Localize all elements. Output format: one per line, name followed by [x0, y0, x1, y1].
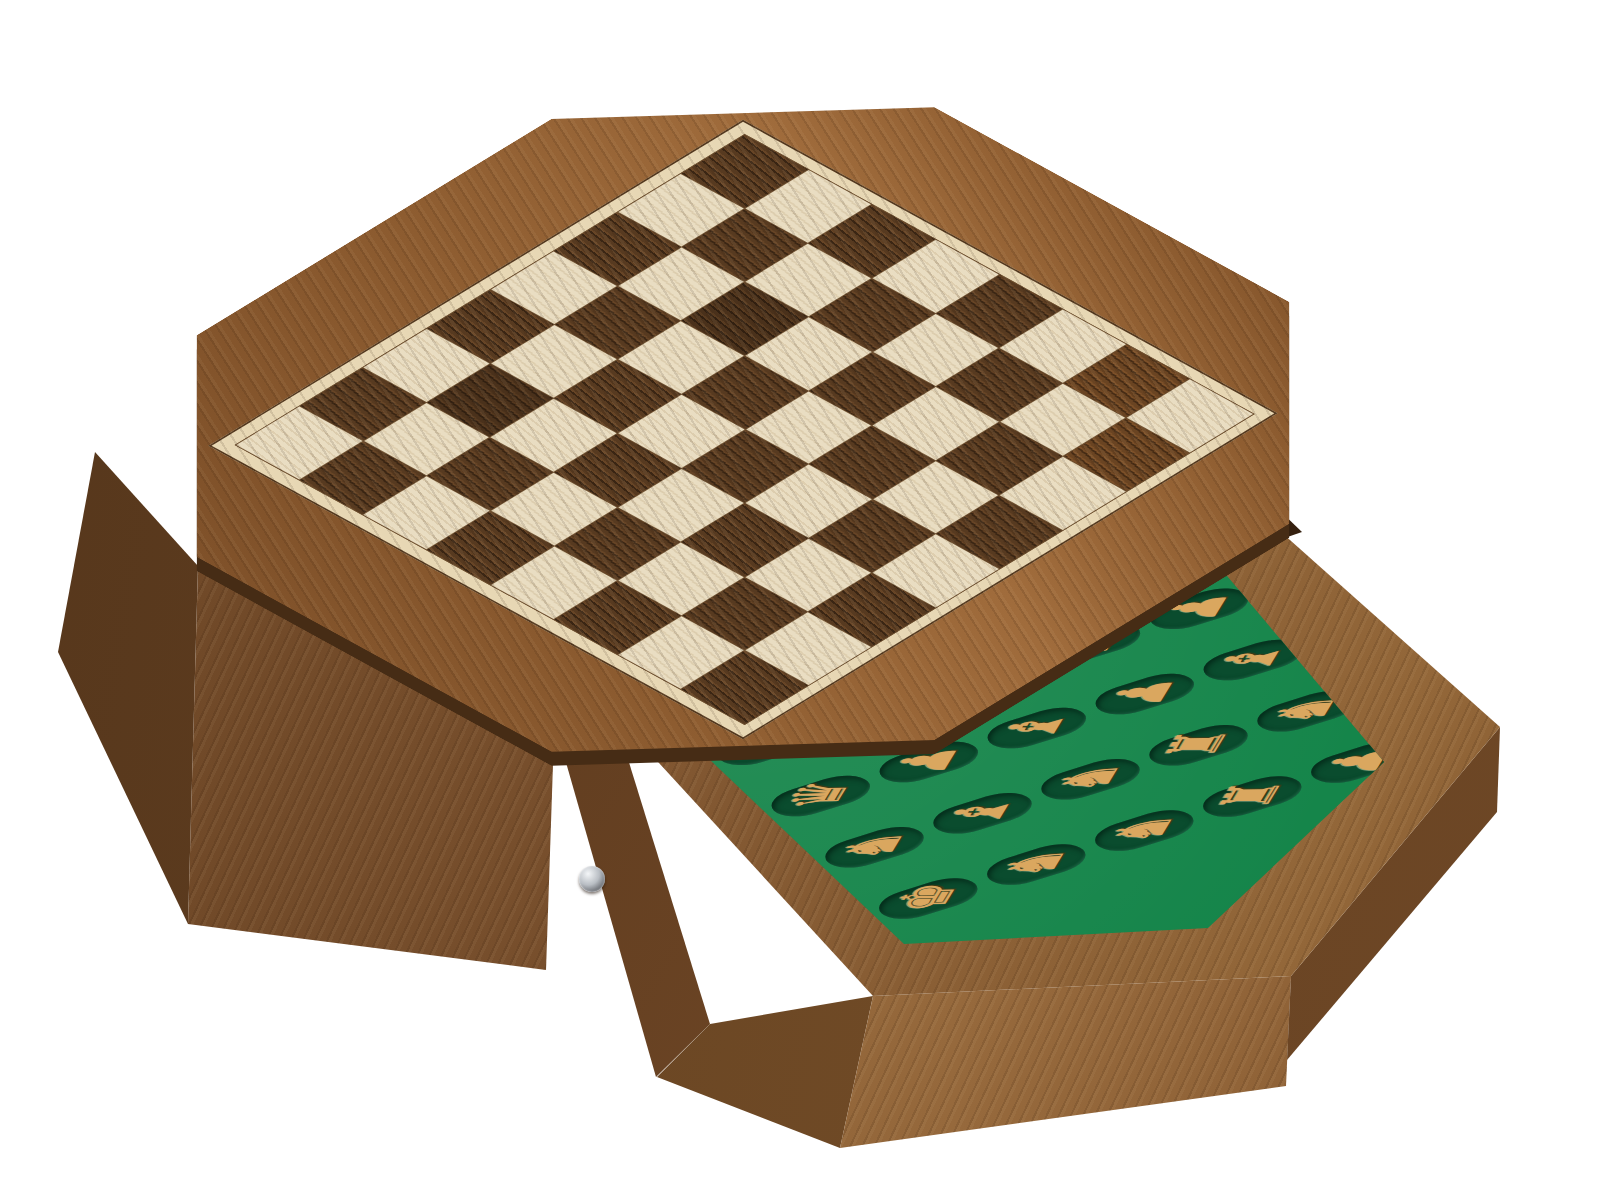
drawer-knob-stud [579, 866, 605, 892]
stored-piece-bishop: ♝ [939, 797, 1023, 827]
chessboard-grid [235, 134, 1255, 725]
stored-piece-king: ♚ [884, 882, 968, 912]
stored-piece-bishop: ♝ [993, 712, 1077, 742]
chess-box-photo: ♟♟♟♟♟♛♟♝♟♝♞♝♞♜♞♚♞♞♜♟ [0, 0, 1610, 1200]
stored-piece-rook: ♜ [1208, 780, 1292, 810]
stored-piece-pawn: ♟ [1101, 678, 1185, 708]
stored-piece-rook: ♜ [1155, 729, 1239, 759]
stored-piece-queen: ♛ [777, 780, 861, 810]
stored-piece-knight: ♞ [1047, 763, 1131, 793]
stored-piece-knight: ♞ [992, 848, 1076, 878]
stored-piece-bishop: ♝ [1209, 644, 1293, 674]
stored-piece-knight: ♞ [831, 831, 915, 861]
stored-piece-knight: ♞ [1100, 814, 1184, 844]
